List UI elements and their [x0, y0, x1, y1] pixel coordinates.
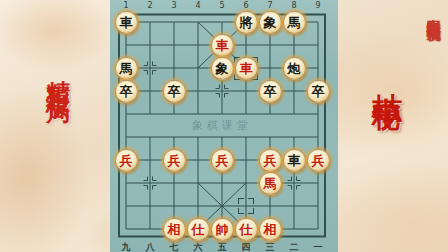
- piece-red[interactable]: 仕: [187, 218, 210, 241]
- file-label: 一: [306, 241, 330, 252]
- file-label: 6: [234, 1, 258, 10]
- piece-red[interactable]: 馬: [259, 172, 282, 195]
- piece-red[interactable]: 相: [259, 218, 282, 241]
- piece-black[interactable]: 卒: [115, 80, 138, 103]
- file-label: 8: [282, 1, 306, 10]
- marker-corner: [248, 198, 254, 204]
- piece-black[interactable]: 馬: [283, 11, 306, 34]
- piece-red[interactable]: 兵: [163, 149, 186, 172]
- file-label: 3: [162, 1, 186, 10]
- piece-black[interactable]: 將: [235, 11, 258, 34]
- piece-red[interactable]: 車: [235, 57, 258, 80]
- file-labels-top: 123456789: [114, 1, 330, 10]
- file-label: 5: [210, 1, 234, 10]
- piece-red[interactable]: 兵: [259, 149, 282, 172]
- piece-red[interactable]: 仕: [235, 218, 258, 241]
- file-label: 八: [138, 241, 162, 252]
- book-title: 桔中秘: [372, 68, 402, 83]
- file-label: 4: [186, 1, 210, 10]
- piece-red[interactable]: 兵: [211, 149, 234, 172]
- marker-corner: [238, 198, 244, 204]
- piece-red[interactable]: 相: [163, 218, 186, 241]
- last-move-from-marker: [238, 198, 254, 214]
- piece-black[interactable]: 車: [283, 149, 306, 172]
- piece-red[interactable]: 兵: [115, 149, 138, 172]
- piece-red[interactable]: 兵: [307, 149, 330, 172]
- file-label: 四: [234, 241, 258, 252]
- marker-corner: [248, 208, 254, 214]
- file-label: 1: [114, 1, 138, 10]
- xiangqi-board: 123456789 九八七六五四三二一 象棋课堂 車將象馬車馬象車炮卒卒卒卒兵兵…: [110, 0, 338, 252]
- video-frame: 精彩棋局 123456789 九八七六五四三二一 象棋课堂 車將象馬車馬象車炮卒…: [0, 0, 448, 252]
- file-label: 7: [258, 1, 282, 10]
- piece-black[interactable]: 卒: [259, 80, 282, 103]
- left-panel: 精彩棋局: [0, 0, 110, 252]
- piece-black[interactable]: 卒: [307, 80, 330, 103]
- file-label: 9: [306, 1, 330, 10]
- left-caption: 精彩棋局: [46, 60, 70, 88]
- file-label: 2: [138, 1, 162, 10]
- file-label: 九: [114, 241, 138, 252]
- file-labels-bottom: 九八七六五四三二一: [114, 241, 330, 252]
- file-label: 六: [186, 241, 210, 252]
- piece-black[interactable]: 象: [259, 11, 282, 34]
- board-intersections[interactable]: 車將象馬車馬象車炮卒卒卒卒兵兵兵兵車兵馬相仕帥仕相: [114, 11, 330, 241]
- file-label: 三: [258, 241, 282, 252]
- piece-black[interactable]: 馬: [115, 57, 138, 80]
- right-panel: 中国象棋古谱视频 桔中秘: [338, 0, 448, 252]
- piece-black[interactable]: 象: [211, 57, 234, 80]
- piece-black[interactable]: 車: [115, 11, 138, 34]
- file-label: 七: [162, 241, 186, 252]
- piece-black[interactable]: 炮: [283, 57, 306, 80]
- piece-black[interactable]: 卒: [163, 80, 186, 103]
- file-label: 二: [282, 241, 306, 252]
- piece-red[interactable]: 帥: [211, 218, 234, 241]
- file-label: 五: [210, 241, 234, 252]
- marker-corner: [238, 208, 244, 214]
- piece-red[interactable]: 車: [211, 34, 234, 57]
- series-caption: 中国象棋古谱视频: [427, 8, 441, 16]
